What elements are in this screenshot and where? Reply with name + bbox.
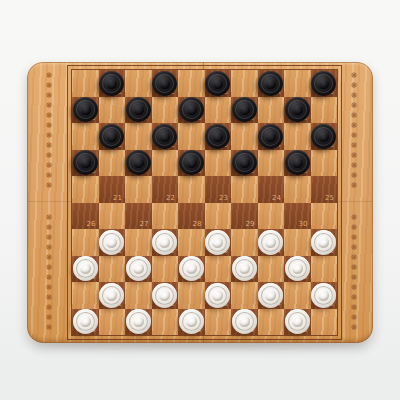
ornament-filigree-icon: ❋ ❋ ❋ ❋ ❋ ❋ ❋ ❋ ❋ ❋ ❋ ❋ — [342, 71, 366, 192]
black-man-square-8[interactable] — [179, 97, 204, 122]
square-3[interactable]: 3 — [205, 70, 232, 97]
white-man-square-38[interactable] — [179, 256, 204, 281]
square-number: 21 — [113, 194, 122, 202]
light-square — [125, 229, 152, 256]
light-square — [258, 256, 285, 283]
left-ornament-strip: ❋ ❋ ❋ ❋ ❋ ❋ ❋ ❋ ❋ ❋ ❋ ❋ ❋ ❋ ❋ ❋ ❋ ❋ ❋ ❋ … — [37, 71, 61, 334]
light-square — [178, 229, 205, 256]
light-square — [178, 70, 205, 97]
square-number: 25 — [325, 194, 334, 202]
light-square — [152, 309, 179, 336]
square-34[interactable]: 34 — [258, 229, 285, 256]
light-square — [72, 70, 99, 97]
square-36[interactable]: 36 — [72, 256, 99, 283]
white-man-square-34[interactable] — [258, 230, 283, 255]
square-29[interactable]: 29 — [231, 203, 258, 230]
light-square — [258, 203, 285, 230]
light-square — [311, 203, 338, 230]
square-20[interactable]: 20 — [284, 150, 311, 177]
white-man-square-36[interactable] — [73, 256, 98, 281]
square-42[interactable]: 42 — [152, 282, 179, 309]
ornament-filigree-icon: ❋ ❋ ❋ ❋ ❋ ❋ ❋ ❋ ❋ ❋ ❋ ❋ — [342, 213, 366, 334]
black-man-square-6[interactable] — [73, 97, 98, 122]
black-man-square-5[interactable] — [311, 71, 336, 96]
light-square — [125, 282, 152, 309]
black-man-square-13[interactable] — [205, 124, 230, 149]
square-17[interactable]: 17 — [125, 150, 152, 177]
white-man-square-45[interactable] — [311, 283, 336, 308]
square-26[interactable]: 26 — [72, 203, 99, 230]
square-5[interactable]: 5 — [311, 70, 338, 97]
black-man-square-1[interactable] — [99, 71, 124, 96]
square-number: 30 — [299, 220, 308, 228]
light-square — [178, 282, 205, 309]
black-man-square-16[interactable] — [73, 150, 98, 175]
white-man-square-47[interactable] — [126, 309, 151, 334]
black-man-square-11[interactable] — [99, 124, 124, 149]
square-11[interactable]: 11 — [99, 123, 126, 150]
square-48[interactable]: 48 — [178, 309, 205, 336]
black-man-square-4[interactable] — [258, 71, 283, 96]
square-1[interactable]: 1 — [99, 70, 126, 97]
black-man-square-19[interactable] — [232, 150, 257, 175]
light-square — [99, 256, 126, 283]
light-square — [231, 282, 258, 309]
white-man-square-40[interactable] — [285, 256, 310, 281]
square-19[interactable]: 19 — [231, 150, 258, 177]
square-39[interactable]: 39 — [231, 256, 258, 283]
light-square — [284, 123, 311, 150]
light-square — [311, 256, 338, 283]
light-square — [231, 229, 258, 256]
black-man-square-12[interactable] — [152, 124, 177, 149]
square-number: 22 — [166, 194, 175, 202]
photo-background: ❋ ❋ ❋ ❋ ❋ ❋ ❋ ❋ ❋ ❋ ❋ ❋ ❋ ❋ ❋ ❋ ❋ ❋ ❋ ❋ … — [0, 0, 400, 400]
white-man-square-31[interactable] — [99, 230, 124, 255]
square-32[interactable]: 32 — [152, 229, 179, 256]
white-man-square-49[interactable] — [232, 309, 257, 334]
right-ornament-strip: ❋ ❋ ❋ ❋ ❋ ❋ ❋ ❋ ❋ ❋ ❋ ❋ ❋ ❋ ❋ ❋ ❋ ❋ ❋ ❋ … — [342, 71, 366, 334]
square-12[interactable]: 12 — [152, 123, 179, 150]
light-square — [99, 203, 126, 230]
playing-area-frame: 1234567891011121314151617181920212223242… — [67, 65, 342, 340]
light-square — [99, 150, 126, 177]
light-square — [311, 309, 338, 336]
board-grid: 1234567891011121314151617181920212223242… — [71, 69, 338, 336]
black-man-square-14[interactable] — [258, 124, 283, 149]
square-43[interactable]: 43 — [205, 282, 232, 309]
light-square — [284, 70, 311, 97]
light-square — [178, 176, 205, 203]
light-square — [231, 70, 258, 97]
square-number: 24 — [272, 194, 281, 202]
white-man-square-37[interactable] — [126, 256, 151, 281]
square-25[interactable]: 25 — [311, 176, 338, 203]
light-square — [258, 97, 285, 124]
light-square — [311, 97, 338, 124]
white-man-square-43[interactable] — [205, 283, 230, 308]
white-man-square-33[interactable] — [205, 230, 230, 255]
black-man-square-15[interactable] — [311, 124, 336, 149]
square-number: 26 — [87, 220, 96, 228]
white-man-square-46[interactable] — [73, 309, 98, 334]
light-square — [72, 123, 99, 150]
square-30[interactable]: 30 — [284, 203, 311, 230]
square-9[interactable]: 9 — [231, 97, 258, 124]
light-square — [178, 123, 205, 150]
white-man-square-44[interactable] — [258, 283, 283, 308]
square-number: 28 — [193, 220, 202, 228]
square-number: 29 — [246, 220, 255, 228]
light-square — [152, 97, 179, 124]
square-18[interactable]: 18 — [178, 150, 205, 177]
light-square — [284, 229, 311, 256]
black-man-square-10[interactable] — [285, 97, 310, 122]
white-man-square-48[interactable] — [179, 309, 204, 334]
light-square — [231, 176, 258, 203]
draughts-board: ❋ ❋ ❋ ❋ ❋ ❋ ❋ ❋ ❋ ❋ ❋ ❋ ❋ ❋ ❋ ❋ ❋ ❋ ❋ ❋ … — [27, 62, 373, 343]
white-man-square-42[interactable] — [152, 283, 177, 308]
square-31[interactable]: 31 — [99, 229, 126, 256]
square-40[interactable]: 40 — [284, 256, 311, 283]
square-7[interactable]: 7 — [125, 97, 152, 124]
light-square — [205, 203, 232, 230]
light-square — [152, 256, 179, 283]
light-square — [152, 150, 179, 177]
square-49[interactable]: 49 — [231, 309, 258, 336]
black-man-square-17[interactable] — [126, 150, 151, 175]
light-square — [205, 256, 232, 283]
black-man-square-3[interactable] — [205, 71, 230, 96]
square-2[interactable]: 2 — [152, 70, 179, 97]
square-23[interactable]: 23 — [205, 176, 232, 203]
light-square — [72, 229, 99, 256]
square-46[interactable]: 46 — [72, 309, 99, 336]
square-22[interactable]: 22 — [152, 176, 179, 203]
square-13[interactable]: 13 — [205, 123, 232, 150]
black-man-square-20[interactable] — [285, 150, 310, 175]
square-45[interactable]: 45 — [311, 282, 338, 309]
white-man-square-32[interactable] — [152, 230, 177, 255]
white-man-square-35[interactable] — [311, 230, 336, 255]
ornament-filigree-icon: ❋ ❋ ❋ ❋ ❋ ❋ ❋ ❋ ❋ ❋ ❋ ❋ — [37, 213, 61, 334]
square-10[interactable]: 10 — [284, 97, 311, 124]
light-square — [125, 176, 152, 203]
white-man-square-39[interactable] — [232, 256, 257, 281]
square-35[interactable]: 35 — [311, 229, 338, 256]
square-number: 27 — [140, 220, 149, 228]
black-man-square-7[interactable] — [126, 97, 151, 122]
square-41[interactable]: 41 — [99, 282, 126, 309]
white-man-square-41[interactable] — [99, 283, 124, 308]
light-square — [205, 150, 232, 177]
light-square — [72, 176, 99, 203]
ornament-filigree-icon: ❋ ❋ ❋ ❋ ❋ ❋ ❋ ❋ ❋ ❋ ❋ ❋ — [37, 71, 61, 192]
light-square — [205, 97, 232, 124]
square-38[interactable]: 38 — [178, 256, 205, 283]
light-square — [99, 309, 126, 336]
black-man-square-2[interactable] — [152, 71, 177, 96]
square-33[interactable]: 33 — [205, 229, 232, 256]
black-man-square-18[interactable] — [179, 150, 204, 175]
black-man-square-9[interactable] — [232, 97, 257, 122]
light-square — [258, 309, 285, 336]
square-4[interactable]: 4 — [258, 70, 285, 97]
square-28[interactable]: 28 — [178, 203, 205, 230]
square-27[interactable]: 27 — [125, 203, 152, 230]
light-square — [205, 309, 232, 336]
square-37[interactable]: 37 — [125, 256, 152, 283]
square-16[interactable]: 16 — [72, 150, 99, 177]
square-number: 23 — [219, 194, 228, 202]
light-square — [311, 150, 338, 177]
square-50[interactable]: 50 — [284, 309, 311, 336]
light-square — [152, 203, 179, 230]
square-47[interactable]: 47 — [125, 309, 152, 336]
light-square — [125, 123, 152, 150]
square-44[interactable]: 44 — [258, 282, 285, 309]
white-man-square-50[interactable] — [285, 309, 310, 334]
light-square — [125, 70, 152, 97]
square-6[interactable]: 6 — [72, 97, 99, 124]
square-14[interactable]: 14 — [258, 123, 285, 150]
light-square — [99, 97, 126, 124]
light-square — [258, 150, 285, 177]
square-8[interactable]: 8 — [178, 97, 205, 124]
light-square — [231, 123, 258, 150]
square-21[interactable]: 21 — [99, 176, 126, 203]
light-square — [284, 176, 311, 203]
light-square — [72, 282, 99, 309]
light-square — [284, 282, 311, 309]
square-24[interactable]: 24 — [258, 176, 285, 203]
square-15[interactable]: 15 — [311, 123, 338, 150]
